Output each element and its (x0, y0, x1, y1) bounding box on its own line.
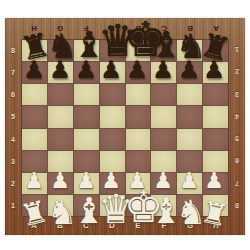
square-d8 (100, 40, 125, 61)
square-f2 (151, 173, 176, 194)
square-h5 (203, 106, 228, 127)
square-d2 (100, 173, 125, 194)
file-labels-top-rotated: HGFEDCBA (21, 19, 229, 39)
rank-labels-right-rotated: 12345678 (229, 39, 245, 217)
square-h1 (203, 195, 228, 216)
coord-top-h: H (21, 19, 47, 39)
square-h3 (203, 151, 228, 172)
square-g1 (177, 195, 202, 216)
square-c8 (74, 40, 99, 61)
coord-bottom-d: D (99, 216, 125, 234)
coord-top-a: A (203, 19, 229, 39)
square-b7 (48, 62, 73, 83)
square-b2 (48, 173, 73, 194)
square-f1 (151, 195, 176, 216)
square-h2 (203, 173, 228, 194)
square-a2 (22, 173, 47, 194)
square-d7 (100, 62, 125, 83)
coord-right-8: 8 (229, 195, 245, 217)
square-f4 (151, 129, 176, 150)
square-g5 (177, 106, 202, 127)
square-d6 (100, 84, 125, 105)
square-g6 (177, 84, 202, 105)
square-b8 (48, 40, 73, 61)
square-e7 (126, 62, 151, 83)
coord-right-4: 4 (229, 106, 245, 128)
square-c3 (74, 151, 99, 172)
coord-top-e: E (99, 19, 125, 39)
coord-left-7: 7 (5, 61, 21, 83)
coord-right-3: 3 (229, 84, 245, 106)
chess-board (21, 39, 229, 217)
square-a8 (22, 40, 47, 61)
square-g3 (177, 151, 202, 172)
square-b6 (48, 84, 73, 105)
coord-left-5: 5 (5, 106, 21, 128)
square-e8 (126, 40, 151, 61)
coord-left-1: 1 (5, 195, 21, 217)
square-c1 (74, 195, 99, 216)
coord-bottom-a: A (21, 216, 47, 234)
square-h8 (203, 40, 228, 61)
coord-left-4: 4 (5, 128, 21, 150)
square-g2 (177, 173, 202, 194)
square-g4 (177, 129, 202, 150)
square-e1 (126, 195, 151, 216)
square-a6 (22, 84, 47, 105)
square-h6 (203, 84, 228, 105)
square-b4 (48, 129, 73, 150)
chess-board-photo: 87654321 12345678 HGFEDCBA ABCDEFGH ♜♞♝♛… (5, 18, 245, 235)
square-c5 (74, 106, 99, 127)
square-c7 (74, 62, 99, 83)
coord-right-2: 2 (229, 61, 245, 83)
square-f6 (151, 84, 176, 105)
coord-bottom-h: H (203, 216, 229, 234)
square-a3 (22, 151, 47, 172)
square-e4 (126, 129, 151, 150)
square-f3 (151, 151, 176, 172)
square-d5 (100, 106, 125, 127)
square-b3 (48, 151, 73, 172)
coord-top-d: D (125, 19, 151, 39)
square-e6 (126, 84, 151, 105)
square-g7 (177, 62, 202, 83)
coord-right-6: 6 (229, 150, 245, 172)
coord-left-6: 6 (5, 84, 21, 106)
coord-bottom-b: B (47, 216, 73, 234)
square-a4 (22, 129, 47, 150)
coord-bottom-e: E (125, 216, 151, 234)
coord-top-b: B (177, 19, 203, 39)
square-b1 (48, 195, 73, 216)
square-h4 (203, 129, 228, 150)
square-f5 (151, 106, 176, 127)
coord-left-8: 8 (5, 39, 21, 61)
square-e3 (126, 151, 151, 172)
square-d1 (100, 195, 125, 216)
coord-top-f: F (73, 19, 99, 39)
coord-top-g: G (47, 19, 73, 39)
file-labels-bottom: ABCDEFGH (21, 216, 229, 234)
coord-top-c: C (151, 19, 177, 39)
coord-right-7: 7 (229, 173, 245, 195)
square-b5 (48, 106, 73, 127)
coord-left-3: 3 (5, 150, 21, 172)
square-f7 (151, 62, 176, 83)
square-c2 (74, 173, 99, 194)
square-f8 (151, 40, 176, 61)
coord-bottom-g: G (177, 216, 203, 234)
square-e5 (126, 106, 151, 127)
square-a1 (22, 195, 47, 216)
square-c4 (74, 129, 99, 150)
coord-right-1: 1 (229, 39, 245, 61)
square-e2 (126, 173, 151, 194)
coord-right-5: 5 (229, 128, 245, 150)
square-d3 (100, 151, 125, 172)
square-g8 (177, 40, 202, 61)
square-a7 (22, 62, 47, 83)
square-a5 (22, 106, 47, 127)
square-c6 (74, 84, 99, 105)
product-photo-page: 87654321 12345678 HGFEDCBA ABCDEFGH ♜♞♝♛… (0, 0, 250, 250)
square-d4 (100, 129, 125, 150)
coord-bottom-c: C (73, 216, 99, 234)
coord-bottom-f: F (151, 216, 177, 234)
coord-left-2: 2 (5, 173, 21, 195)
square-h7 (203, 62, 228, 83)
rank-labels-left: 87654321 (5, 39, 21, 217)
